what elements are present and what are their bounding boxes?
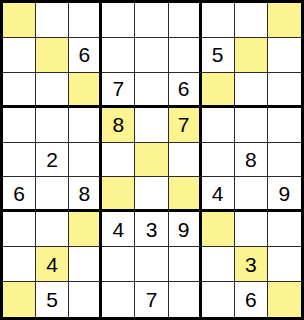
- cell-r7c8[interactable]: [235, 212, 268, 247]
- cell-r2c2[interactable]: [36, 38, 69, 73]
- cell-r4c7[interactable]: [202, 108, 235, 143]
- cell-r3c3[interactable]: [69, 73, 102, 108]
- cell-r8c5[interactable]: [135, 247, 168, 282]
- cell-r5c3[interactable]: [69, 143, 102, 178]
- cell-r2c7-given[interactable]: 5: [202, 38, 235, 73]
- cell-r3c6-given[interactable]: 6: [169, 73, 202, 108]
- cell-r5c5[interactable]: [135, 143, 168, 178]
- cell-r4c8[interactable]: [235, 108, 268, 143]
- cell-r4c1[interactable]: [3, 108, 36, 143]
- cell-r6c4[interactable]: [102, 177, 135, 212]
- cell-r8c7[interactable]: [202, 247, 235, 282]
- sudoku-board: 65768728684943943576: [0, 0, 304, 320]
- cell-r1c1[interactable]: [3, 3, 36, 38]
- cell-r5c1[interactable]: [3, 143, 36, 178]
- cell-r7c4-given[interactable]: 4: [102, 212, 135, 247]
- cell-r9c5-given[interactable]: 7: [135, 282, 168, 317]
- cell-r4c2[interactable]: [36, 108, 69, 143]
- cell-r7c2[interactable]: [36, 212, 69, 247]
- cell-r1c5[interactable]: [135, 3, 168, 38]
- cell-r6c6[interactable]: [169, 177, 202, 212]
- cell-r6c5[interactable]: [135, 177, 168, 212]
- cell-r2c4[interactable]: [102, 38, 135, 73]
- cell-r1c4[interactable]: [102, 3, 135, 38]
- cell-r7c9[interactable]: [268, 212, 301, 247]
- cell-r9c7[interactable]: [202, 282, 235, 317]
- cell-r1c9[interactable]: [268, 3, 301, 38]
- cell-r5c7[interactable]: [202, 143, 235, 178]
- cell-r1c6[interactable]: [169, 3, 202, 38]
- cell-r6c9-given[interactable]: 9: [268, 177, 301, 212]
- cell-r8c2-given[interactable]: 4: [36, 247, 69, 282]
- cell-r5c8-given[interactable]: 8: [235, 143, 268, 178]
- cell-r4c5[interactable]: [135, 108, 168, 143]
- cell-r3c1[interactable]: [3, 73, 36, 108]
- cell-r6c2[interactable]: [36, 177, 69, 212]
- cell-r3c7[interactable]: [202, 73, 235, 108]
- cell-r4c3[interactable]: [69, 108, 102, 143]
- cell-r7c3[interactable]: [69, 212, 102, 247]
- cell-r8c3[interactable]: [69, 247, 102, 282]
- cell-r8c4[interactable]: [102, 247, 135, 282]
- cell-r7c7[interactable]: [202, 212, 235, 247]
- cell-r7c1[interactable]: [3, 212, 36, 247]
- cell-r3c4-given[interactable]: 7: [102, 73, 135, 108]
- cell-r7c5-given[interactable]: 3: [135, 212, 168, 247]
- cell-r2c1[interactable]: [3, 38, 36, 73]
- cell-r3c5[interactable]: [135, 73, 168, 108]
- cell-r9c2-given[interactable]: 5: [36, 282, 69, 317]
- cell-r6c3-given[interactable]: 8: [69, 177, 102, 212]
- cell-r3c9[interactable]: [268, 73, 301, 108]
- cell-r1c3[interactable]: [69, 3, 102, 38]
- cell-r5c2-given[interactable]: 2: [36, 143, 69, 178]
- cell-r9c4[interactable]: [102, 282, 135, 317]
- cell-r5c4[interactable]: [102, 143, 135, 178]
- cell-r6c7-given[interactable]: 4: [202, 177, 235, 212]
- cell-r6c8[interactable]: [235, 177, 268, 212]
- cell-r1c8[interactable]: [235, 3, 268, 38]
- cell-r9c1[interactable]: [3, 282, 36, 317]
- cell-r4c9[interactable]: [268, 108, 301, 143]
- cell-r9c3[interactable]: [69, 282, 102, 317]
- cell-r9c9[interactable]: [268, 282, 301, 317]
- cell-r5c9[interactable]: [268, 143, 301, 178]
- cell-r2c8[interactable]: [235, 38, 268, 73]
- cell-r9c6[interactable]: [169, 282, 202, 317]
- cell-r8c9[interactable]: [268, 247, 301, 282]
- cell-r3c8[interactable]: [235, 73, 268, 108]
- cell-r7c6-given[interactable]: 9: [169, 212, 202, 247]
- cell-r1c2[interactable]: [36, 3, 69, 38]
- cell-r2c9[interactable]: [268, 38, 301, 73]
- cell-r2c5[interactable]: [135, 38, 168, 73]
- cell-r6c1-given[interactable]: 6: [3, 177, 36, 212]
- cell-r8c6[interactable]: [169, 247, 202, 282]
- cell-r4c6-given[interactable]: 7: [169, 108, 202, 143]
- cell-r2c3-given[interactable]: 6: [69, 38, 102, 73]
- cell-r3c2[interactable]: [36, 73, 69, 108]
- cell-r4c4-given[interactable]: 8: [102, 108, 135, 143]
- cell-r8c8-given[interactable]: 3: [235, 247, 268, 282]
- cell-r8c1[interactable]: [3, 247, 36, 282]
- cell-r1c7[interactable]: [202, 3, 235, 38]
- cell-r2c6[interactable]: [169, 38, 202, 73]
- cell-r5c6[interactable]: [169, 143, 202, 178]
- cell-r9c8-given[interactable]: 6: [235, 282, 268, 317]
